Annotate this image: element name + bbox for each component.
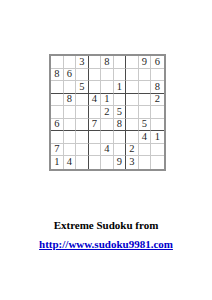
cell-r9c4 bbox=[89, 156, 102, 169]
cell-r4c3 bbox=[76, 94, 89, 107]
cell-r2c7 bbox=[126, 69, 139, 82]
cell-r5c1 bbox=[51, 106, 64, 119]
cell-r6c8: 5 bbox=[139, 119, 152, 132]
caption: Extreme Sudoku from http://www.sudoku998… bbox=[0, 219, 212, 252]
cell-r3c6: 1 bbox=[114, 81, 127, 94]
cell-r2c1: 8 bbox=[51, 69, 64, 82]
cell-r7c3 bbox=[76, 131, 89, 144]
cell-r7c8: 4 bbox=[139, 131, 152, 144]
cell-r8c9 bbox=[151, 144, 164, 157]
cell-r2c2: 6 bbox=[64, 69, 77, 82]
cell-r5c6: 5 bbox=[114, 106, 127, 119]
cell-r6c7 bbox=[126, 119, 139, 132]
cell-r5c9 bbox=[151, 106, 164, 119]
cell-r5c5: 2 bbox=[101, 106, 114, 119]
cell-r9c9 bbox=[151, 156, 164, 169]
cell-r1c8: 9 bbox=[139, 56, 152, 69]
cell-r6c5 bbox=[101, 119, 114, 132]
cell-r3c4 bbox=[89, 81, 102, 94]
cell-r8c5: 4 bbox=[101, 144, 114, 157]
sudoku-board: 3896865188412256785417421493 bbox=[49, 54, 166, 171]
cell-r4c5: 1 bbox=[101, 94, 114, 107]
cell-r6c2 bbox=[64, 119, 77, 132]
cell-r3c3: 5 bbox=[76, 81, 89, 94]
cell-r6c1: 6 bbox=[51, 119, 64, 132]
sudoku-site-link[interactable]: http://www.sudoku9981.com bbox=[39, 238, 173, 250]
sudoku-grid: 3896865188412256785417421493 bbox=[51, 56, 164, 169]
cell-r3c1 bbox=[51, 81, 64, 94]
caption-title: Extreme Sudoku from bbox=[0, 219, 212, 231]
cell-r7c2 bbox=[64, 131, 77, 144]
page: 3896865188412256785417421493 Extreme Sud… bbox=[0, 0, 212, 300]
cell-r7c9: 1 bbox=[151, 131, 164, 144]
cell-r1c4 bbox=[89, 56, 102, 69]
cell-r2c9 bbox=[151, 69, 164, 82]
cell-r1c9: 6 bbox=[151, 56, 164, 69]
cell-r6c3 bbox=[76, 119, 89, 132]
cell-r5c2 bbox=[64, 106, 77, 119]
cell-r6c4: 7 bbox=[89, 119, 102, 132]
cell-r6c9 bbox=[151, 119, 164, 132]
cell-r7c1 bbox=[51, 131, 64, 144]
cell-r1c6 bbox=[114, 56, 127, 69]
cell-r4c2: 8 bbox=[64, 94, 77, 107]
cell-r1c3: 3 bbox=[76, 56, 89, 69]
cell-r2c5 bbox=[101, 69, 114, 82]
cell-r3c9: 8 bbox=[151, 81, 164, 94]
cell-r2c4 bbox=[89, 69, 102, 82]
cell-r4c1 bbox=[51, 94, 64, 107]
cell-r7c4 bbox=[89, 131, 102, 144]
cell-r4c4: 4 bbox=[89, 94, 102, 107]
cell-r2c8 bbox=[139, 69, 152, 82]
cell-r8c1: 7 bbox=[51, 144, 64, 157]
cell-r3c5 bbox=[101, 81, 114, 94]
cell-r4c8 bbox=[139, 94, 152, 107]
cell-r5c4 bbox=[89, 106, 102, 119]
cell-r9c8 bbox=[139, 156, 152, 169]
cell-r8c8 bbox=[139, 144, 152, 157]
cell-r9c6: 9 bbox=[114, 156, 127, 169]
cell-r4c9: 2 bbox=[151, 94, 164, 107]
cell-r9c1: 1 bbox=[51, 156, 64, 169]
cell-r9c3 bbox=[76, 156, 89, 169]
cell-r9c5 bbox=[101, 156, 114, 169]
cell-r5c7 bbox=[126, 106, 139, 119]
cell-r6c6: 8 bbox=[114, 119, 127, 132]
cell-r5c8 bbox=[139, 106, 152, 119]
cell-r9c2: 4 bbox=[64, 156, 77, 169]
cell-r7c7 bbox=[126, 131, 139, 144]
cell-r8c7: 2 bbox=[126, 144, 139, 157]
cell-r3c8 bbox=[139, 81, 152, 94]
cell-r1c1 bbox=[51, 56, 64, 69]
cell-r5c3 bbox=[76, 106, 89, 119]
cell-r2c3 bbox=[76, 69, 89, 82]
cell-r8c6 bbox=[114, 144, 127, 157]
cell-r3c2 bbox=[64, 81, 77, 94]
cell-r1c7 bbox=[126, 56, 139, 69]
cell-r7c5 bbox=[101, 131, 114, 144]
cell-r2c6 bbox=[114, 69, 127, 82]
cell-r8c4 bbox=[89, 144, 102, 157]
cell-r9c7: 3 bbox=[126, 156, 139, 169]
cell-r8c3 bbox=[76, 144, 89, 157]
cell-r1c2 bbox=[64, 56, 77, 69]
cell-r8c2 bbox=[64, 144, 77, 157]
cell-r4c6 bbox=[114, 94, 127, 107]
cell-r7c6 bbox=[114, 131, 127, 144]
cell-r1c5: 8 bbox=[101, 56, 114, 69]
cell-r4c7 bbox=[126, 94, 139, 107]
cell-r3c7 bbox=[126, 81, 139, 94]
